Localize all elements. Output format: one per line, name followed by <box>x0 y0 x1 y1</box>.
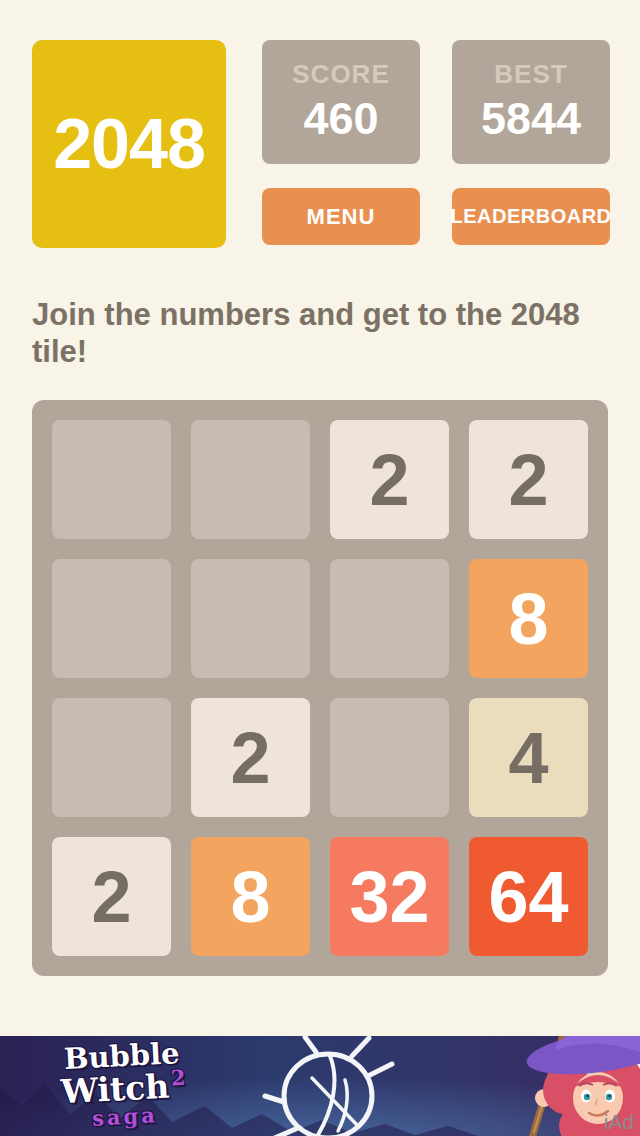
menu-button[interactable]: MENU <box>262 188 420 245</box>
best-value: 5844 <box>481 93 581 145</box>
tile-2: 2 <box>469 420 588 539</box>
empty-cell <box>52 698 171 817</box>
ad-logo: Bubble Witch2 saga <box>14 1030 232 1132</box>
tile-2: 2 <box>52 837 171 956</box>
empty-cell <box>52 420 171 539</box>
board-grid[interactable]: 22824283264 <box>32 400 608 976</box>
score-label: SCORE <box>292 59 389 90</box>
empty-cell <box>330 698 449 817</box>
score-box: SCORE 460 <box>262 40 420 164</box>
tile-8: 8 <box>469 559 588 678</box>
tile-8: 8 <box>191 837 310 956</box>
iad-label: iAd <box>604 1110 634 1134</box>
score-value: 460 <box>303 93 378 145</box>
leaderboard-button[interactable]: LEADERBOARD <box>452 188 610 245</box>
best-label: BEST <box>494 59 567 90</box>
tile-2: 2 <box>191 698 310 817</box>
empty-cell <box>330 559 449 678</box>
logo-tile-2048: 2048 <box>32 40 226 248</box>
ad-logo-2: 2 <box>170 1065 186 1091</box>
best-box: BEST 5844 <box>452 40 610 164</box>
app-screen: 2048 SCORE 460 BEST 5844 MENU LEADERBOAR… <box>0 0 640 1136</box>
empty-cell <box>191 559 310 678</box>
tile-64: 64 <box>469 837 588 956</box>
empty-cell <box>191 420 310 539</box>
empty-cell <box>52 559 171 678</box>
tile-2: 2 <box>330 420 449 539</box>
tile-4: 4 <box>469 698 588 817</box>
subtitle: Join the numbers and get to the 2048 til… <box>32 296 622 370</box>
ad-banner[interactable]: Bubble Witch2 saga iAd <box>0 1036 640 1136</box>
tile-32: 32 <box>330 837 449 956</box>
